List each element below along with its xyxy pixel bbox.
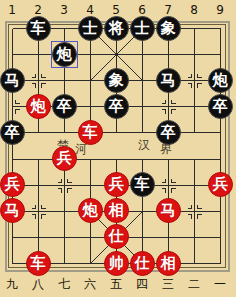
piece-black-r0-c6[interactable]: 象 [156,16,181,41]
file-label-bottom-6: 四 [132,277,152,291]
file-label-bottom-8: 二 [184,277,204,291]
piece-red-r9-c4[interactable]: 帅 [104,251,129,276]
piece-black-r6-c5[interactable]: 车 [130,172,155,197]
piece-red-r9-c5[interactable]: 仕 [130,251,155,276]
piece-red-r6-c8[interactable]: 兵 [208,172,233,197]
file-label-bottom-4: 六 [80,277,100,291]
river-text-han: 汉 [138,137,150,154]
piece-black-r0-c3[interactable]: 士 [78,16,103,41]
piece-black-r3-c8[interactable]: 卒 [208,94,233,119]
file-label-top-3: 3 [54,3,74,17]
piece-black-r4-c0[interactable]: 卒 [0,120,25,145]
piece-black-r4-c6[interactable]: 卒 [156,120,181,145]
piece-red-r9-c1[interactable]: 车 [26,251,51,276]
piece-black-r2-c0[interactable]: 马 [0,68,25,93]
piece-black-r3-c2[interactable]: 卒 [52,94,77,119]
piece-black-r2-c6[interactable]: 马 [156,68,181,93]
piece-black-r0-c1[interactable]: 车 [26,16,51,41]
piece-black-r2-c4[interactable]: 象 [104,68,129,93]
piece-black-r2-c8[interactable]: 炮 [208,68,233,93]
piece-red-r5-c2[interactable]: 兵 [52,146,77,171]
piece-black-r3-c4[interactable]: 卒 [104,94,129,119]
file-label-bottom-3: 七 [54,277,74,291]
piece-red-r7-c0[interactable]: 马 [0,198,25,223]
piece-red-r7-c4[interactable]: 相 [104,198,129,223]
file-label-bottom-1: 九 [2,277,22,291]
file-label-bottom-5: 五 [106,277,126,291]
piece-red-r6-c4[interactable]: 兵 [104,172,129,197]
piece-black-r1-c2[interactable]: 炮 [52,42,77,67]
file-label-bottom-9: 一 [210,277,230,291]
file-label-top-2: 2 [28,3,48,17]
file-label-top-1: 1 [2,3,22,17]
file-label-top-5: 5 [106,3,126,17]
file-label-top-9: 9 [210,3,230,17]
xiangqi-board[interactable]: 楚 河 汉 界 123456789 九八七六五四三二一 车士将士象炮马象马炮炮卒… [0,0,236,297]
file-label-top-4: 4 [80,3,100,17]
file-label-top-7: 7 [158,3,178,17]
piece-red-r4-c3[interactable]: 车 [78,120,103,145]
piece-black-r0-c4[interactable]: 将 [104,16,129,41]
piece-red-r6-c0[interactable]: 兵 [0,172,25,197]
file-label-top-8: 8 [184,3,204,17]
file-label-top-6: 6 [132,3,152,17]
piece-red-r7-c6[interactable]: 马 [156,198,181,223]
piece-red-r3-c1[interactable]: 炮 [26,94,51,119]
piece-black-r0-c5[interactable]: 士 [130,16,155,41]
file-label-bottom-7: 三 [158,277,178,291]
file-label-bottom-2: 八 [28,277,48,291]
piece-red-r8-c4[interactable]: 仕 [104,224,129,249]
piece-red-r9-c6[interactable]: 相 [156,251,181,276]
piece-red-r7-c3[interactable]: 炮 [78,198,103,223]
